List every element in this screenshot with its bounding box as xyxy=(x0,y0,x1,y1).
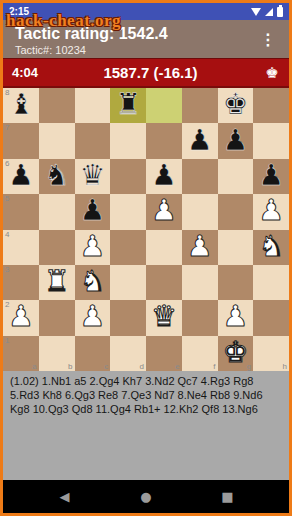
rank-label-4: 4 xyxy=(5,230,9,239)
square-e4[interactable] xyxy=(146,230,182,265)
rank-label-7: 7 xyxy=(5,123,9,132)
square-f4[interactable]: ♟ xyxy=(182,230,218,265)
square-c2[interactable]: ♟ xyxy=(75,300,111,335)
square-h4[interactable]: ♞ xyxy=(253,230,289,265)
square-g7[interactable]: ♟ xyxy=(218,123,254,158)
square-a3[interactable]: 3 xyxy=(3,265,39,300)
phone-screen: hack-cheat.org 2:15 Tactic rating: 1542.… xyxy=(0,0,292,516)
square-b7[interactable] xyxy=(39,123,75,158)
square-c4[interactable]: ♟ xyxy=(75,230,111,265)
white-queen: ♛ xyxy=(151,302,177,331)
file-label-b: b xyxy=(68,362,72,371)
square-d4[interactable] xyxy=(110,230,146,265)
square-e7[interactable] xyxy=(146,123,182,158)
info-bar: 4:04 1587.7 (-16.1) ♚ xyxy=(3,58,289,88)
white-pawn: ♟ xyxy=(151,196,177,225)
rank-label-1: 1 xyxy=(5,336,9,345)
file-label-c: c xyxy=(104,362,108,371)
white-king-icon: ♚ xyxy=(219,64,289,82)
rank-label-8: 8 xyxy=(5,88,9,97)
file-label-e: e xyxy=(175,362,179,371)
square-g4[interactable] xyxy=(218,230,254,265)
square-a4[interactable]: 4 xyxy=(3,230,39,265)
chess-board: ♝8♜♚7♟♟♟6♞♛♟♟5♟♟♟4♟♟♞3♜♞♟2♟♛♟1abcdef♚gh xyxy=(3,88,289,371)
square-g8[interactable]: ♚ xyxy=(218,88,254,123)
wifi-icon xyxy=(251,8,261,16)
square-e2[interactable]: ♛ xyxy=(146,300,182,335)
file-label-a: a xyxy=(32,362,36,371)
square-d3[interactable] xyxy=(110,265,146,300)
white-pawn: ♟ xyxy=(79,302,105,331)
watermark-text: hack-cheat.org xyxy=(6,11,121,31)
file-label-g: g xyxy=(247,362,251,371)
square-a5[interactable]: 5 xyxy=(3,194,39,229)
square-d5[interactable] xyxy=(110,194,146,229)
white-pawn: ♟ xyxy=(8,302,34,331)
square-h6[interactable]: ♟ xyxy=(253,159,289,194)
square-f1[interactable]: f xyxy=(182,336,218,371)
square-d2[interactable] xyxy=(110,300,146,335)
black-rook: ♜ xyxy=(115,90,141,119)
square-e6[interactable]: ♟ xyxy=(146,159,182,194)
square-c1[interactable]: c xyxy=(75,336,111,371)
square-h2[interactable] xyxy=(253,300,289,335)
overflow-menu-icon[interactable]: ⋮ xyxy=(257,30,279,49)
white-pawn: ♟ xyxy=(187,232,213,261)
black-bishop: ♝ xyxy=(8,90,34,119)
square-d1[interactable]: d xyxy=(110,336,146,371)
file-label-h: h xyxy=(283,362,287,371)
square-c3[interactable]: ♞ xyxy=(75,265,111,300)
back-icon[interactable]: ◀ xyxy=(45,490,85,503)
black-pawn: ♟ xyxy=(222,126,248,155)
white-pawn: ♟ xyxy=(79,232,105,261)
white-rook: ♜ xyxy=(44,267,70,296)
square-f3[interactable] xyxy=(182,265,218,300)
white-knight: ♞ xyxy=(79,267,105,296)
square-f5[interactable] xyxy=(182,194,218,229)
square-e8[interactable] xyxy=(146,88,182,123)
square-e5[interactable]: ♟ xyxy=(146,194,182,229)
white-pawn: ♟ xyxy=(222,302,248,331)
square-g1[interactable]: ♚g xyxy=(218,336,254,371)
square-g3[interactable] xyxy=(218,265,254,300)
android-nav-bar: ◀ ● ■ xyxy=(3,480,289,513)
square-h8[interactable] xyxy=(253,88,289,123)
square-d8[interactable]: ♜ xyxy=(110,88,146,123)
status-icons xyxy=(251,7,283,17)
rank-label-5: 5 xyxy=(5,194,9,203)
square-e1[interactable]: e xyxy=(146,336,182,371)
square-h3[interactable] xyxy=(253,265,289,300)
square-a6[interactable]: ♟6 xyxy=(3,159,39,194)
timer: 4:04 xyxy=(3,65,82,80)
square-f2[interactable] xyxy=(182,300,218,335)
rank-label-3: 3 xyxy=(5,265,9,274)
black-king: ♚ xyxy=(222,90,248,119)
black-pawn: ♟ xyxy=(151,161,177,190)
square-d7[interactable] xyxy=(110,123,146,158)
white-pawn: ♟ xyxy=(258,196,284,225)
square-f7[interactable]: ♟ xyxy=(182,123,218,158)
white-knight: ♞ xyxy=(258,232,284,261)
file-label-f: f xyxy=(213,362,215,371)
signal-icon xyxy=(265,8,273,16)
square-d6[interactable] xyxy=(110,159,146,194)
home-icon[interactable]: ● xyxy=(126,490,166,503)
square-e3[interactable] xyxy=(146,265,182,300)
square-b3[interactable]: ♜ xyxy=(39,265,75,300)
square-c7[interactable] xyxy=(75,123,111,158)
square-h1[interactable]: h xyxy=(253,336,289,371)
square-h7[interactable] xyxy=(253,123,289,158)
recents-icon[interactable]: ■ xyxy=(208,490,248,503)
black-pawn: ♟ xyxy=(258,161,284,190)
square-b6[interactable]: ♞ xyxy=(39,159,75,194)
square-g2[interactable]: ♟ xyxy=(218,300,254,335)
rating-change: 1587.7 (-16.1) xyxy=(82,64,219,81)
white-king: ♚ xyxy=(222,338,248,367)
square-c5[interactable]: ♟ xyxy=(75,194,111,229)
rank-label-2: 2 xyxy=(5,300,9,309)
square-a8[interactable]: ♝8 xyxy=(3,88,39,123)
file-label-d: d xyxy=(140,362,144,371)
square-g5[interactable] xyxy=(218,194,254,229)
square-f8[interactable] xyxy=(182,88,218,123)
square-c8[interactable] xyxy=(75,88,111,123)
square-a1[interactable]: 1a xyxy=(3,336,39,371)
tactic-number-subtitle: Tactic#: 10234 xyxy=(15,44,168,56)
square-b2[interactable] xyxy=(39,300,75,335)
black-queen: ♛ xyxy=(79,161,105,190)
square-a2[interactable]: ♟2 xyxy=(3,300,39,335)
square-c6[interactable]: ♛ xyxy=(75,159,111,194)
square-b5[interactable] xyxy=(39,194,75,229)
black-pawn: ♟ xyxy=(187,126,213,155)
black-pawn: ♟ xyxy=(79,196,105,225)
black-knight: ♞ xyxy=(44,161,70,190)
moves-panel: (1.02) 1.Nb1 a5 2.Qg4 Kh7 3.Nd2 Qc7 4.Rg… xyxy=(3,371,289,480)
square-b4[interactable] xyxy=(39,230,75,265)
rank-label-6: 6 xyxy=(5,159,9,168)
battery-icon xyxy=(277,7,283,17)
square-h5[interactable]: ♟ xyxy=(253,194,289,229)
square-f6[interactable] xyxy=(182,159,218,194)
square-g6[interactable] xyxy=(218,159,254,194)
square-b8[interactable] xyxy=(39,88,75,123)
square-a7[interactable]: 7 xyxy=(3,123,39,158)
black-pawn: ♟ xyxy=(8,161,34,190)
square-b1[interactable]: b xyxy=(39,336,75,371)
